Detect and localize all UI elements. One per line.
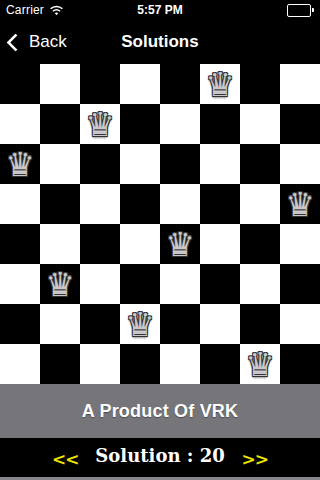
app-window: Carrier 5:57 PM Back Solutions ♛♛♛♛♛♛♛♛ … <box>0 0 320 480</box>
board-cell-c8 <box>80 64 120 104</box>
board-cell-h3 <box>280 264 320 304</box>
board-cell-c6 <box>80 144 120 184</box>
board-cell-c2 <box>80 304 120 344</box>
board-cell-f2 <box>200 304 240 344</box>
board-cell-h8 <box>280 64 320 104</box>
board-cell-a7 <box>0 104 40 144</box>
board-cell-a6: ♛ <box>0 144 40 184</box>
board-cell-h2 <box>280 304 320 344</box>
battery-full-icon <box>287 4 314 17</box>
white-queen: ♛ <box>165 228 195 261</box>
board-cell-g7 <box>240 104 280 144</box>
board-cell-g6 <box>240 144 280 184</box>
board-cell-e2 <box>160 304 200 344</box>
board-cell-e4: ♛ <box>160 224 200 264</box>
board-cell-h5: ♛ <box>280 184 320 224</box>
board-cell-a8 <box>0 64 40 104</box>
status-bar: Carrier 5:57 PM <box>0 0 320 20</box>
board-cell-c7: ♛ <box>80 104 120 144</box>
board-cell-b8 <box>40 64 80 104</box>
board-cell-d4 <box>120 224 160 264</box>
board-cell-b4 <box>40 224 80 264</box>
board-cell-g5 <box>240 184 280 224</box>
board-cell-d3 <box>120 264 160 304</box>
board-cell-e1 <box>160 344 200 384</box>
board-cell-h7 <box>280 104 320 144</box>
board-cell-e5 <box>160 184 200 224</box>
board-cell-b7 <box>40 104 80 144</box>
white-queen: ♛ <box>85 108 115 141</box>
board-cell-e6 <box>160 144 200 184</box>
board-cell-b2 <box>40 304 80 344</box>
board-cell-f8: ♛ <box>200 64 240 104</box>
board-cell-b6 <box>40 144 80 184</box>
white-queen: ♛ <box>205 68 235 101</box>
board-cell-b3: ♛ <box>40 264 80 304</box>
product-banner: A Product Of VRK <box>0 384 320 438</box>
board-cell-e3 <box>160 264 200 304</box>
wifi-icon <box>49 5 64 16</box>
board-cell-a5 <box>0 184 40 224</box>
board-cell-a2 <box>0 304 40 344</box>
board-cell-a4 <box>0 224 40 264</box>
nav-bar: Back Solutions <box>0 20 320 64</box>
board-cell-h4 <box>280 224 320 264</box>
board-cell-g2 <box>240 304 280 344</box>
board-cell-f3 <box>200 264 240 304</box>
clock: 5:57 PM <box>0 3 320 17</box>
white-queen: ♛ <box>45 268 75 301</box>
back-button[interactable]: Back <box>9 32 67 52</box>
chess-board: ♛♛♛♛♛♛♛♛ <box>0 64 320 384</box>
product-banner-text: A Product Of VRK <box>82 401 239 422</box>
board-cell-a3 <box>0 264 40 304</box>
board-cell-f4 <box>200 224 240 264</box>
solution-counter: Solution : 20 <box>0 445 320 466</box>
back-chevron-icon <box>6 33 24 51</box>
board-cell-a1 <box>0 344 40 384</box>
board-cell-d8 <box>120 64 160 104</box>
board-cell-f5 <box>200 184 240 224</box>
board-cell-c1 <box>80 344 120 384</box>
solution-nav-bar: << Solution : 20 >> <box>0 438 320 480</box>
board-cell-h1 <box>280 344 320 384</box>
board-cell-b5 <box>40 184 80 224</box>
board-cell-d5 <box>120 184 160 224</box>
carrier-label: Carrier <box>6 3 44 17</box>
white-queen: ♛ <box>285 188 315 221</box>
board-cell-g4 <box>240 224 280 264</box>
board-cell-c4 <box>80 224 120 264</box>
board-cell-f1 <box>200 344 240 384</box>
board-cell-g8 <box>240 64 280 104</box>
board-cell-e7 <box>160 104 200 144</box>
board-cell-f7 <box>200 104 240 144</box>
white-queen: ♛ <box>245 348 275 381</box>
white-queen: ♛ <box>125 308 155 341</box>
board-cell-h6 <box>280 144 320 184</box>
next-solution-button[interactable]: >> <box>242 449 269 469</box>
board-cell-c5 <box>80 184 120 224</box>
board-cell-b1 <box>40 344 80 384</box>
back-button-label: Back <box>29 32 67 52</box>
white-queen: ♛ <box>5 148 35 181</box>
board-cell-g1: ♛ <box>240 344 280 384</box>
board-cell-d1 <box>120 344 160 384</box>
board-cell-d6 <box>120 144 160 184</box>
board-cell-c3 <box>80 264 120 304</box>
board-cell-d2: ♛ <box>120 304 160 344</box>
board-cell-g3 <box>240 264 280 304</box>
board-cell-d7 <box>120 104 160 144</box>
previous-solution-button[interactable]: << <box>52 449 79 469</box>
board-cell-e8 <box>160 64 200 104</box>
board-cell-f6 <box>200 144 240 184</box>
